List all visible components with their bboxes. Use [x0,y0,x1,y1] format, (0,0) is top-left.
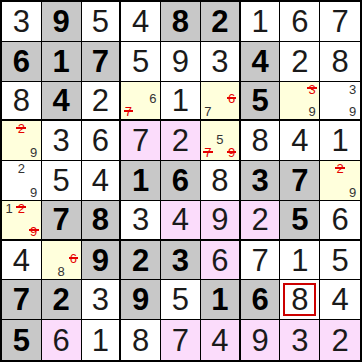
solved-digit: 4 [132,6,149,37]
solved-digit: 4 [92,165,109,196]
cell-r4c1[interactable]: 29 [2,121,42,161]
cell-r5c3[interactable]: 4 [82,161,122,201]
cell-r3c6[interactable]: 67 [201,82,241,122]
cell-r1c1[interactable]: 3 [2,2,42,42]
eliminated-candidate: 6 [67,252,79,265]
solved-digit: 6 [211,245,228,276]
eliminated-candidate: 2 [15,122,27,135]
candidate: 9 [28,186,40,199]
given-digit: 5 [291,204,308,235]
solved-digit: 2 [251,204,268,235]
cell-r8c6[interactable]: 1 [201,280,241,320]
cell-r6c4[interactable]: 3 [121,201,161,241]
cell-r5c1[interactable]: 29 [2,161,42,201]
given-digit: 6 [172,165,189,196]
given-digit: 5 [13,325,30,356]
cell-r3c7[interactable]: 5 [241,82,281,122]
cell-r8c1[interactable]: 7 [2,280,42,320]
cell-r9c6[interactable]: 4 [201,320,241,360]
cell-r7c1[interactable]: 4 [2,241,42,281]
solved-digit: 1 [172,85,189,116]
cell-r2c5[interactable]: 9 [161,42,201,82]
cell-r1c7[interactable]: 1 [241,2,281,42]
cell-r2c7[interactable]: 4 [241,42,281,82]
cell-r4c9[interactable]: 1 [320,121,360,161]
given-digit: 8 [172,6,189,37]
cell-r4c4[interactable]: 7 [121,121,161,161]
given-digit: 7 [291,165,308,196]
candidate: 3 [346,83,359,96]
cell-r7c8[interactable]: 1 [280,241,320,281]
pencil-marks: 39 [321,83,359,119]
candidate: 5 [214,133,226,146]
solved-digit: 8 [13,85,30,116]
eliminated-candidate: 7 [202,146,214,159]
given-digit: 6 [13,46,30,77]
cell-r8c3[interactable]: 3 [82,280,122,320]
solved-digit: 2 [291,46,308,77]
given-digit: 3 [251,165,268,196]
solved-digit: 3 [132,204,149,235]
solved-digit: 3 [13,6,30,37]
cell-r7c3[interactable]: 9 [82,241,122,281]
cell-r2c8[interactable]: 2 [280,42,320,82]
eliminated-candidate: 9 [226,146,238,159]
solved-digit: 3 [291,325,308,356]
eliminated-candidate: 7 [122,105,134,118]
given-digit: 9 [92,245,109,276]
eliminated-candidate: 2 [15,202,27,215]
given-digit: 4 [251,46,268,77]
cell-r5c5[interactable]: 6 [161,161,201,201]
cell-r1c9[interactable]: 7 [320,2,360,42]
candidate: 6 [147,92,159,105]
eliminated-candidate: 9 [28,225,40,238]
cell-r5c6[interactable]: 8 [201,161,241,201]
cell-r3c5[interactable]: 1 [161,82,201,122]
candidate: 7 [202,105,214,118]
given-digit: 4 [53,85,70,116]
solved-digit: 6 [92,125,109,156]
cell-r4c7[interactable]: 8 [241,121,281,161]
cell-r5c7[interactable]: 3 [241,161,281,201]
cell-r2c6[interactable]: 3 [201,42,241,82]
pencil-marks: 129 [3,202,40,238]
pencil-marks: 67 [122,83,159,119]
cell-r1c6[interactable]: 2 [201,2,241,42]
solved-digit: 6 [53,325,70,356]
cell-r8c2[interactable]: 2 [42,280,82,320]
solved-digit: 9 [172,46,189,77]
solved-digit: 4 [172,204,189,235]
cell-r2c3[interactable]: 7 [82,42,122,82]
cell-r2c1[interactable]: 6 [2,42,42,82]
solved-digit: 7 [132,125,149,156]
cell-r6c6[interactable]: 9 [201,201,241,241]
cell-r9c2[interactable]: 6 [42,320,82,360]
solved-digit: 8 [291,284,308,315]
cell-r9c9[interactable]: 2 [320,320,360,360]
cell-r3c2[interactable]: 4 [42,82,82,122]
cell-r3c8[interactable]: 39 [280,82,320,122]
cell-r1c5[interactable]: 8 [161,2,201,42]
candidate: 8 [55,265,67,278]
cell-r3c3[interactable]: 2 [82,82,122,122]
cell-r4c3[interactable]: 6 [82,121,122,161]
pencil-marks: 39 [281,83,318,119]
given-digit: 9 [53,6,70,37]
eliminated-candidate: 6 [226,92,238,105]
given-digit: 2 [132,245,149,276]
cell-r7c2[interactable]: 68 [42,241,82,281]
solved-digit: 1 [291,245,308,276]
cell-r1c3[interactable]: 5 [82,2,122,42]
given-digit: 7 [92,46,109,77]
cell-r9c8[interactable]: 3 [280,320,320,360]
solved-digit: 6 [331,204,348,235]
cell-r9c1[interactable]: 5 [2,320,42,360]
candidate: 2 [15,162,27,175]
solved-digit: 9 [251,325,268,356]
cell-r3c9[interactable]: 39 [320,82,360,122]
candidate: 9 [346,186,359,199]
cell-r8c4[interactable]: 9 [121,280,161,320]
pencil-marks: 579 [202,122,238,159]
cell-r1c8[interactable]: 6 [280,2,320,42]
pencil-marks: 29 [3,162,40,199]
solved-digit: 5 [53,165,70,196]
candidate: 9 [306,105,318,118]
given-digit: 1 [211,284,228,315]
given-digit: 2 [211,6,228,37]
cell-r6c8[interactable]: 5 [280,201,320,241]
pencil-marks: 29 [3,122,40,159]
solved-digit: 8 [251,125,268,156]
solved-digit: 4 [291,125,308,156]
given-digit: 1 [53,46,70,77]
solved-digit: 8 [132,325,149,356]
cell-r5c8[interactable]: 7 [280,161,320,201]
cell-r9c4[interactable]: 8 [121,320,161,360]
solved-digit: 5 [331,245,348,276]
solved-digit: 1 [251,6,268,37]
solved-digit: 3 [92,284,109,315]
solved-digit: 3 [53,125,70,156]
solved-digit: 7 [251,245,268,276]
cell-r4c2[interactable]: 3 [42,121,82,161]
cell-r6c1[interactable]: 129 [2,201,42,241]
solved-digit: 2 [92,85,109,116]
cell-r1c4[interactable]: 4 [121,2,161,42]
given-digit: 7 [53,204,70,235]
cell-r2c9[interactable]: 8 [320,42,360,82]
cell-r2c4[interactable]: 5 [121,42,161,82]
eliminated-candidate: 2 [334,162,347,175]
cell-r8c8[interactable]: 8 [280,280,320,320]
solved-digit: 4 [211,325,228,356]
given-digit: 3 [172,245,189,276]
cell-r9c3[interactable]: 1 [82,320,122,360]
candidate: 1 [3,202,15,215]
cell-r8c5[interactable]: 5 [161,280,201,320]
cell-r8c9[interactable]: 4 [320,280,360,320]
cell-r5c9[interactable]: 29 [320,161,360,201]
given-digit: 7 [13,284,30,315]
solved-digit: 2 [172,125,189,156]
solved-digit: 6 [291,6,308,37]
given-digit: 5 [251,85,268,116]
solved-digit: 9 [211,204,228,235]
given-digit: 8 [92,204,109,235]
solved-digit: 7 [172,325,189,356]
cell-r7c4[interactable]: 2 [121,241,161,281]
cell-r9c7[interactable]: 9 [241,320,281,360]
cell-r9c5[interactable]: 7 [161,320,201,360]
cell-r4c6[interactable]: 579 [201,121,241,161]
given-digit: 1 [132,165,149,196]
solved-digit: 4 [331,284,348,315]
cell-r6c5[interactable]: 4 [161,201,201,241]
pencil-marks: 29 [321,162,359,199]
sudoku-board: 3954821676175934288426716753939293672579… [0,0,362,362]
cell-r6c3[interactable]: 8 [82,201,122,241]
solved-digit: 5 [92,6,109,37]
cell-r4c8[interactable]: 4 [280,121,320,161]
given-digit: 9 [132,284,149,315]
solved-digit: 2 [331,325,348,356]
solved-digit: 8 [331,46,348,77]
solved-digit: 5 [132,46,149,77]
solved-digit: 8 [211,165,228,196]
cell-r5c2[interactable]: 5 [42,161,82,201]
cell-r6c9[interactable]: 6 [320,201,360,241]
cell-r3c4[interactable]: 67 [121,82,161,122]
cell-r3c1[interactable]: 8 [2,82,42,122]
cell-r7c9[interactable]: 5 [320,241,360,281]
cell-r6c7[interactable]: 2 [241,201,281,241]
cell-r6c2[interactable]: 7 [42,201,82,241]
cell-r8c7[interactable]: 6 [241,280,281,320]
solved-digit: 1 [331,125,348,156]
pencil-marks: 68 [43,242,80,279]
cell-r7c7[interactable]: 7 [241,241,281,281]
solved-digit: 4 [13,245,30,276]
given-digit: 6 [251,284,268,315]
cell-r4c5[interactable]: 2 [161,121,201,161]
cell-r2c2[interactable]: 1 [42,42,82,82]
pencil-marks: 67 [202,83,238,119]
cell-r1c2[interactable]: 9 [42,2,82,42]
solved-digit: 5 [172,284,189,315]
solved-digit: 7 [331,6,348,37]
solved-digit: 3 [211,46,228,77]
candidate: 9 [346,105,359,118]
cell-r5c4[interactable]: 1 [121,161,161,201]
given-digit: 2 [53,284,70,315]
eliminated-candidate: 3 [306,83,318,96]
solved-digit: 1 [92,325,109,356]
cell-r7c5[interactable]: 3 [161,241,201,281]
candidate: 9 [28,146,40,159]
cell-r7c6[interactable]: 6 [201,241,241,281]
